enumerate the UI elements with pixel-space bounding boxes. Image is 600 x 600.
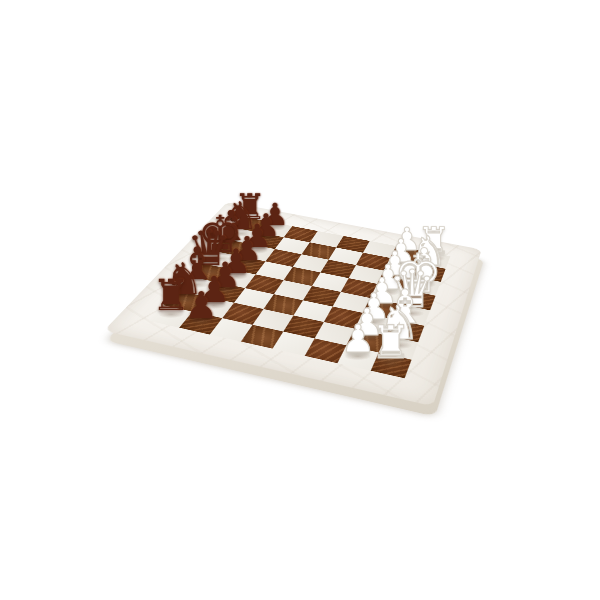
board-slab: [104, 202, 482, 406]
board-squares: [149, 217, 450, 379]
chess-board: [152, 126, 472, 446]
product-photo-stage: ♜♞♝♛♚♝♞♜♟♟♟♟♟♟♟♟♟♟♟♟♟♟♟♟♜♞♝♛♚♝♞♜: [0, 0, 600, 600]
board-top: [152, 126, 472, 446]
